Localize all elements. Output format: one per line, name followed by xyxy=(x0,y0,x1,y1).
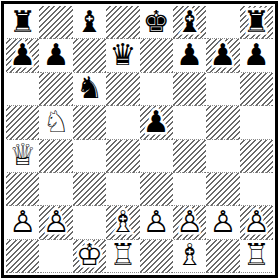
square-b6 xyxy=(39,73,72,106)
square-b7: ♟♟ xyxy=(39,39,72,72)
square-g1 xyxy=(206,240,239,273)
black-pawn-g7: ♟ xyxy=(206,38,239,71)
square-h4 xyxy=(240,140,273,173)
white-pawn-b2: ♙ xyxy=(39,205,72,238)
square-b5: ♞♘ xyxy=(39,106,72,139)
white-pawn-f2: ♙ xyxy=(173,205,206,238)
square-h3 xyxy=(240,173,273,206)
square-h6 xyxy=(240,73,273,106)
square-e6 xyxy=(140,73,173,106)
square-g4 xyxy=(206,140,239,173)
square-e8: ♚♚ xyxy=(140,6,173,39)
square-d8 xyxy=(106,6,139,39)
square-c5 xyxy=(73,106,106,139)
square-d2: ♝♗ xyxy=(106,206,139,239)
square-g3 xyxy=(206,173,239,206)
square-f1: ♝♗ xyxy=(173,240,206,273)
black-pawn-f7: ♟ xyxy=(173,38,206,71)
black-queen-d7: ♛ xyxy=(106,38,139,71)
white-king-c1: ♔ xyxy=(73,239,106,272)
square-d3 xyxy=(106,173,139,206)
square-d4 xyxy=(106,140,139,173)
square-c2 xyxy=(73,206,106,239)
square-g2: ♟♙ xyxy=(206,206,239,239)
black-knight-c6: ♞ xyxy=(73,72,106,105)
square-d5 xyxy=(106,106,139,139)
square-d6 xyxy=(106,73,139,106)
white-queen-a4: ♕ xyxy=(6,139,39,172)
white-bishop-f1: ♗ xyxy=(173,239,206,272)
black-king-e8: ♚ xyxy=(140,5,173,38)
square-b2: ♟♙ xyxy=(39,206,72,239)
white-pawn-h2: ♙ xyxy=(240,205,273,238)
black-bishop-f8: ♝ xyxy=(173,5,206,38)
white-bishop-d2: ♗ xyxy=(106,205,139,238)
black-pawn-b7: ♟ xyxy=(39,38,72,71)
square-b3 xyxy=(39,173,72,206)
square-h2: ♟♙ xyxy=(240,206,273,239)
square-a2: ♟♙ xyxy=(6,206,39,239)
square-c8: ♝♝ xyxy=(73,6,106,39)
square-f5 xyxy=(173,106,206,139)
square-e7 xyxy=(140,39,173,72)
square-f2: ♟♙ xyxy=(173,206,206,239)
chess-board: ♜♜♝♝♚♚♝♝♜♜♟♟♟♟♛♛♟♟♟♟♟♟♞♞♞♘♟♟♛♕♟♙♟♙♝♗♟♙♟♙… xyxy=(6,6,273,273)
square-a4: ♛♕ xyxy=(6,140,39,173)
white-rook-d1: ♖ xyxy=(106,239,139,272)
square-f6 xyxy=(173,73,206,106)
black-pawn-a7: ♟ xyxy=(6,38,39,71)
square-e1 xyxy=(140,240,173,273)
square-f4 xyxy=(173,140,206,173)
square-f8: ♝♝ xyxy=(173,6,206,39)
square-g5 xyxy=(206,106,239,139)
square-a1 xyxy=(6,240,39,273)
black-bishop-c8: ♝ xyxy=(73,5,106,38)
chess-diagram: ♜♜♝♝♚♚♝♝♜♜♟♟♟♟♛♛♟♟♟♟♟♟♞♞♞♘♟♟♛♕♟♙♟♙♝♗♟♙♟♙… xyxy=(1,1,278,278)
black-pawn-h7: ♟ xyxy=(240,38,273,71)
square-c3 xyxy=(73,173,106,206)
square-c7 xyxy=(73,39,106,72)
square-g7: ♟♟ xyxy=(206,39,239,72)
square-g8 xyxy=(206,6,239,39)
square-a8: ♜♜ xyxy=(6,6,39,39)
white-pawn-a2: ♙ xyxy=(6,205,39,238)
white-rook-h1: ♖ xyxy=(240,239,273,272)
black-pawn-e5: ♟ xyxy=(140,105,173,138)
square-f3 xyxy=(173,173,206,206)
square-b8 xyxy=(39,6,72,39)
square-e5: ♟♟ xyxy=(140,106,173,139)
white-pawn-g2: ♙ xyxy=(206,205,239,238)
square-h8: ♜♜ xyxy=(240,6,273,39)
square-e3 xyxy=(140,173,173,206)
square-a7: ♟♟ xyxy=(6,39,39,72)
square-a5 xyxy=(6,106,39,139)
square-a6 xyxy=(6,73,39,106)
square-e4 xyxy=(140,140,173,173)
square-h5 xyxy=(240,106,273,139)
square-e2: ♟♙ xyxy=(140,206,173,239)
square-a3 xyxy=(6,173,39,206)
white-pawn-e2: ♙ xyxy=(140,205,173,238)
black-rook-a8: ♜ xyxy=(6,5,39,38)
square-g6 xyxy=(206,73,239,106)
square-d1: ♜♖ xyxy=(106,240,139,273)
square-b1 xyxy=(39,240,72,273)
square-h1: ♜♖ xyxy=(240,240,273,273)
black-rook-h8: ♜ xyxy=(240,5,273,38)
white-knight-b5: ♘ xyxy=(39,105,72,138)
square-c4 xyxy=(73,140,106,173)
square-b4 xyxy=(39,140,72,173)
square-h7: ♟♟ xyxy=(240,39,273,72)
square-f7: ♟♟ xyxy=(173,39,206,72)
square-d7: ♛♛ xyxy=(106,39,139,72)
square-c6: ♞♞ xyxy=(73,73,106,106)
square-c1: ♚♔ xyxy=(73,240,106,273)
board-frame: ♜♜♝♝♚♚♝♝♜♜♟♟♟♟♛♛♟♟♟♟♟♟♞♞♞♘♟♟♛♕♟♙♟♙♝♗♟♙♟♙… xyxy=(1,1,278,278)
